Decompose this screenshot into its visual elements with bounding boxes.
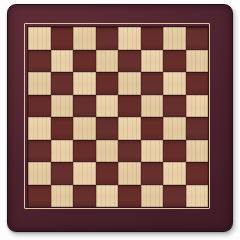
square-a7[interactable] <box>28 50 51 73</box>
square-f7[interactable] <box>141 50 164 73</box>
square-h6[interactable] <box>186 72 209 95</box>
square-f6[interactable] <box>141 72 164 95</box>
square-a4[interactable] <box>28 117 51 140</box>
square-g2[interactable] <box>163 162 186 185</box>
square-c1[interactable] <box>73 185 96 208</box>
square-h4[interactable] <box>186 117 209 140</box>
square-b5[interactable] <box>51 95 74 118</box>
square-d7[interactable] <box>96 50 119 73</box>
chessboard-playing-field <box>28 27 208 207</box>
square-h7[interactable] <box>186 50 209 73</box>
square-f4[interactable] <box>141 117 164 140</box>
square-b1[interactable] <box>51 185 74 208</box>
square-e4[interactable] <box>118 117 141 140</box>
square-c4[interactable] <box>73 117 96 140</box>
square-c7[interactable] <box>73 50 96 73</box>
square-c2[interactable] <box>73 162 96 185</box>
chessboard-frame <box>7 4 233 232</box>
square-d2[interactable] <box>96 162 119 185</box>
square-g4[interactable] <box>163 117 186 140</box>
square-e3[interactable] <box>118 140 141 163</box>
square-e6[interactable] <box>118 72 141 95</box>
square-b8[interactable] <box>51 27 74 50</box>
square-g1[interactable] <box>163 185 186 208</box>
square-g3[interactable] <box>163 140 186 163</box>
square-h8[interactable] <box>186 27 209 50</box>
square-a1[interactable] <box>28 185 51 208</box>
square-f2[interactable] <box>141 162 164 185</box>
square-f1[interactable] <box>141 185 164 208</box>
square-c8[interactable] <box>73 27 96 50</box>
screenshot-root <box>0 0 240 240</box>
square-d4[interactable] <box>96 117 119 140</box>
square-f3[interactable] <box>141 140 164 163</box>
square-g5[interactable] <box>163 95 186 118</box>
square-h5[interactable] <box>186 95 209 118</box>
square-e5[interactable] <box>118 95 141 118</box>
square-b4[interactable] <box>51 117 74 140</box>
square-f8[interactable] <box>141 27 164 50</box>
square-d1[interactable] <box>96 185 119 208</box>
square-a8[interactable] <box>28 27 51 50</box>
square-a2[interactable] <box>28 162 51 185</box>
square-f5[interactable] <box>141 95 164 118</box>
square-d5[interactable] <box>96 95 119 118</box>
square-b6[interactable] <box>51 72 74 95</box>
square-a3[interactable] <box>28 140 51 163</box>
square-a5[interactable] <box>28 95 51 118</box>
square-c6[interactable] <box>73 72 96 95</box>
square-d8[interactable] <box>96 27 119 50</box>
square-g7[interactable] <box>163 50 186 73</box>
square-h3[interactable] <box>186 140 209 163</box>
square-h2[interactable] <box>186 162 209 185</box>
square-g6[interactable] <box>163 72 186 95</box>
square-d6[interactable] <box>96 72 119 95</box>
square-a6[interactable] <box>28 72 51 95</box>
square-b7[interactable] <box>51 50 74 73</box>
square-c5[interactable] <box>73 95 96 118</box>
square-e1[interactable] <box>118 185 141 208</box>
square-d3[interactable] <box>96 140 119 163</box>
square-e8[interactable] <box>118 27 141 50</box>
square-c3[interactable] <box>73 140 96 163</box>
square-g8[interactable] <box>163 27 186 50</box>
square-e7[interactable] <box>118 50 141 73</box>
square-h1[interactable] <box>186 185 209 208</box>
square-b2[interactable] <box>51 162 74 185</box>
square-e2[interactable] <box>118 162 141 185</box>
square-b3[interactable] <box>51 140 74 163</box>
